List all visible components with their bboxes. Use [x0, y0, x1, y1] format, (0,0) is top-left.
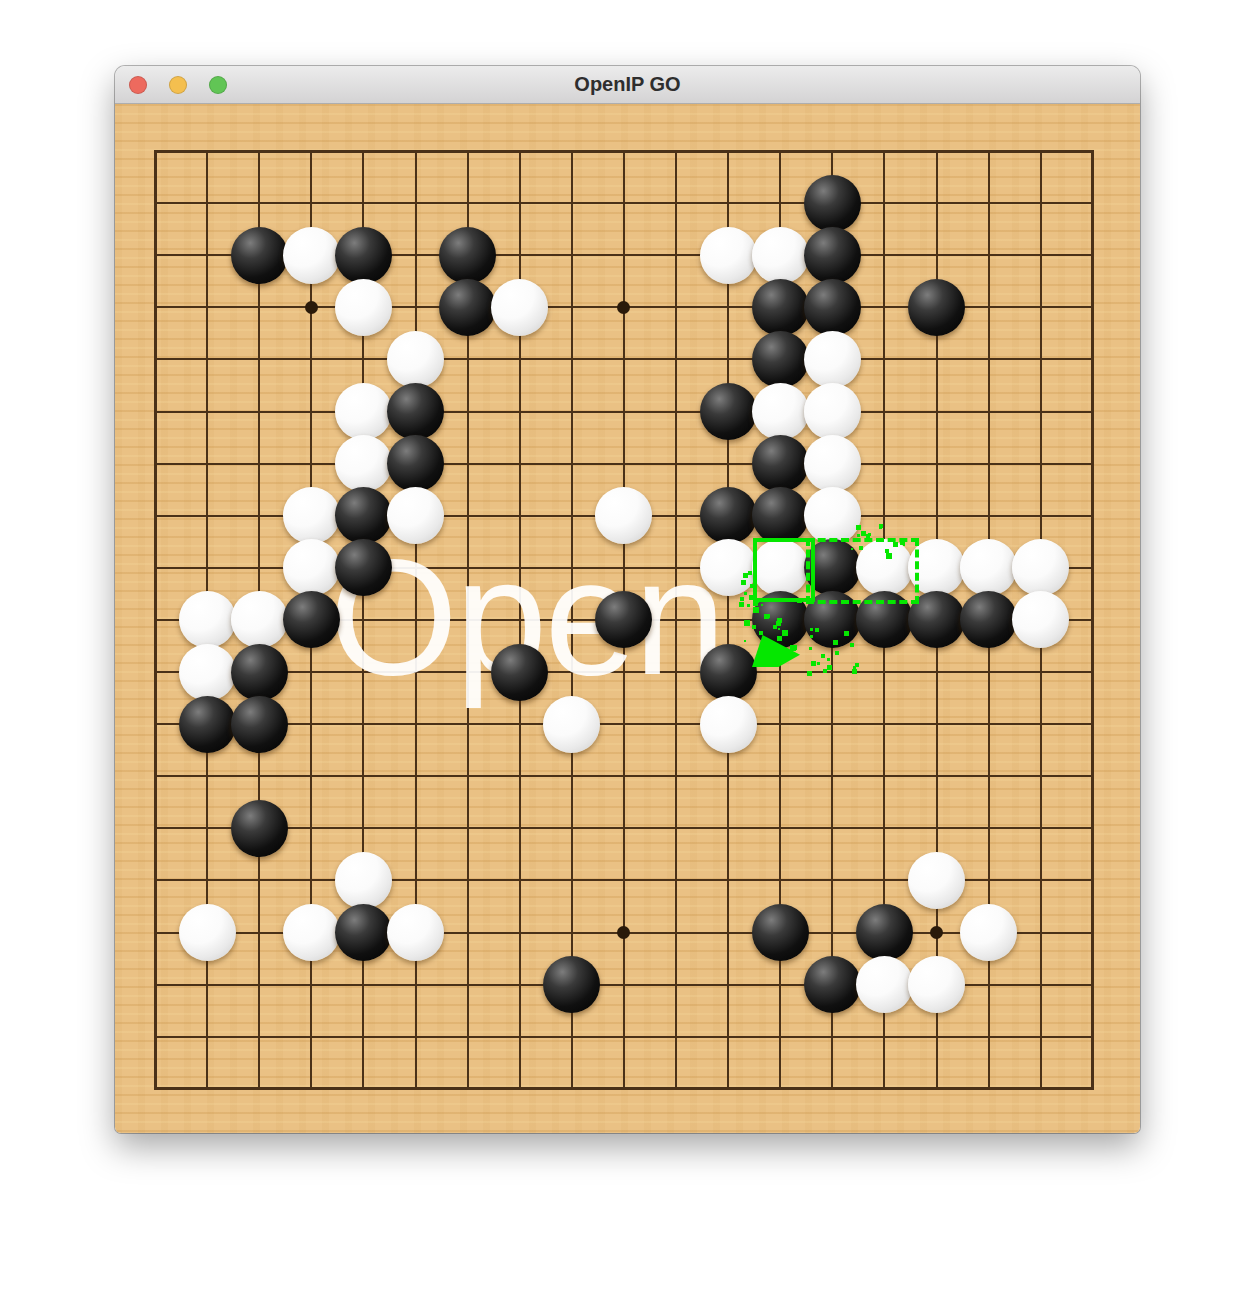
- white-stone: [387, 331, 444, 388]
- white-stone: [700, 227, 757, 284]
- white-stone: [804, 487, 861, 544]
- analysis-speck: [852, 669, 857, 674]
- analysis-speck: [856, 525, 861, 530]
- analysis-speck: [795, 598, 798, 601]
- black-stone: [960, 591, 1017, 648]
- white-stone: [283, 227, 340, 284]
- analysis-speck: [815, 628, 819, 632]
- white-stone: [752, 227, 809, 284]
- white-stone: [335, 383, 392, 440]
- analysis-speck: [766, 614, 770, 618]
- analysis-speck: [844, 631, 849, 636]
- analysis-speck: [827, 658, 830, 661]
- analysis-speck: [759, 631, 763, 635]
- analysis-speck: [786, 653, 791, 658]
- black-stone: [231, 800, 288, 857]
- black-stone: [335, 227, 392, 284]
- analysis-speck: [792, 645, 797, 650]
- white-stone: [179, 644, 236, 701]
- analysis-speck: [753, 607, 759, 613]
- white-stone: [752, 383, 809, 440]
- analysis-speck: [861, 531, 866, 536]
- black-stone: [231, 227, 288, 284]
- black-stone: [700, 383, 757, 440]
- black-stone: [752, 435, 809, 492]
- analysis-speck: [810, 635, 813, 638]
- black-stone: [179, 696, 236, 753]
- analysis-speck: [744, 592, 747, 595]
- analysis-speck: [811, 661, 816, 666]
- analysis-speck: [810, 628, 813, 631]
- white-stone: [1012, 539, 1069, 596]
- analysis-speck: [809, 647, 812, 650]
- analysis-speck: [739, 602, 744, 607]
- black-stone: [335, 904, 392, 961]
- black-stone: [804, 279, 861, 336]
- analysis-speck: [748, 571, 752, 575]
- black-stone: [908, 279, 965, 336]
- analysis-speck: [782, 630, 788, 636]
- black-stone: [335, 539, 392, 596]
- grid-line-h: [154, 723, 1095, 725]
- white-stone: [335, 852, 392, 909]
- app-window: OpenIP GO Open: [115, 66, 1140, 1133]
- black-stone: [752, 331, 809, 388]
- white-stone: [387, 487, 444, 544]
- analysis-speck: [761, 604, 763, 606]
- black-stone: [491, 644, 548, 701]
- white-stone: [283, 487, 340, 544]
- black-stone: [700, 644, 757, 701]
- analysis-speck: [777, 636, 782, 641]
- analysis-speck: [740, 597, 744, 601]
- white-stone: [335, 435, 392, 492]
- analysis-speck: [900, 540, 905, 545]
- analysis-speck: [750, 584, 754, 588]
- black-stone: [804, 956, 861, 1013]
- black-stone: [387, 383, 444, 440]
- analysis-speck: [886, 553, 892, 559]
- black-stone: [752, 904, 809, 961]
- white-stone: [179, 904, 236, 961]
- board-grid: [155, 151, 1093, 1089]
- white-stone: [804, 383, 861, 440]
- white-stone: [804, 435, 861, 492]
- black-stone: [856, 904, 913, 961]
- analysis-speck: [833, 640, 838, 645]
- white-stone: [283, 904, 340, 961]
- white-stone: [179, 591, 236, 648]
- analysis-speck: [744, 640, 746, 642]
- analysis-speck: [817, 662, 820, 665]
- white-stone: [804, 331, 861, 388]
- black-stone: [752, 487, 809, 544]
- white-stone: [231, 591, 288, 648]
- window-title: OpenIP GO: [115, 66, 1140, 103]
- black-stone: [543, 956, 600, 1013]
- grid-line-v: [727, 150, 729, 1091]
- analysis-speck: [850, 643, 854, 647]
- white-stone: [543, 696, 600, 753]
- white-stone: [960, 904, 1017, 961]
- analysis-speck: [851, 548, 853, 550]
- black-stone: [804, 175, 861, 232]
- white-stone: [700, 539, 757, 596]
- black-stone: [804, 227, 861, 284]
- black-stone: [387, 435, 444, 492]
- analysis-speck: [759, 654, 764, 659]
- grid-line-h: [154, 1087, 1095, 1090]
- analysis-speck: [893, 542, 898, 547]
- analysis-speck: [749, 595, 754, 600]
- white-stone: [856, 956, 913, 1013]
- black-stone: [439, 227, 496, 284]
- grid-line-v: [1091, 150, 1094, 1091]
- black-stone: [283, 591, 340, 648]
- star-point: [305, 301, 318, 314]
- go-board[interactable]: Open: [115, 104, 1140, 1133]
- analysis-speck: [773, 625, 777, 629]
- white-stone: [700, 696, 757, 753]
- analysis-speck: [835, 651, 839, 655]
- black-stone: [231, 696, 288, 753]
- star-point: [617, 301, 630, 314]
- white-stone: [908, 852, 965, 909]
- white-stone: [908, 956, 965, 1013]
- analysis-speck: [744, 620, 750, 626]
- grid-line-h: [154, 775, 1095, 777]
- white-stone: [960, 539, 1017, 596]
- white-stone: [1012, 591, 1069, 648]
- black-stone: [231, 644, 288, 701]
- analysis-speck: [879, 524, 883, 528]
- analysis-speck: [885, 549, 889, 553]
- white-stone: [491, 279, 548, 336]
- white-stone: [283, 539, 340, 596]
- screen: { "window": { "title": "OpenIP GO", "tra…: [0, 0, 1254, 1296]
- white-stone: [335, 279, 392, 336]
- analysis-speck: [776, 621, 781, 626]
- analysis-speck: [778, 628, 780, 630]
- black-stone: [439, 279, 496, 336]
- analysis-speck: [768, 599, 771, 602]
- star-point: [930, 926, 943, 939]
- analysis-speck: [741, 580, 746, 585]
- analysis-speck: [747, 604, 750, 607]
- title-bar[interactable]: OpenIP GO: [115, 66, 1140, 104]
- analysis-speck: [752, 625, 756, 629]
- analysis-speck: [868, 533, 871, 536]
- black-stone: [700, 487, 757, 544]
- analysis-speck: [823, 669, 827, 673]
- black-stone: [335, 487, 392, 544]
- white-stone: [387, 904, 444, 961]
- analysis-speck: [859, 546, 863, 550]
- analysis-speck: [821, 654, 825, 658]
- black-stone: [752, 279, 809, 336]
- analysis-speck: [753, 601, 758, 606]
- grid-line-h: [154, 827, 1095, 829]
- analysis-speck: [807, 671, 812, 676]
- star-point: [617, 926, 630, 939]
- grid-line-h: [154, 1036, 1095, 1038]
